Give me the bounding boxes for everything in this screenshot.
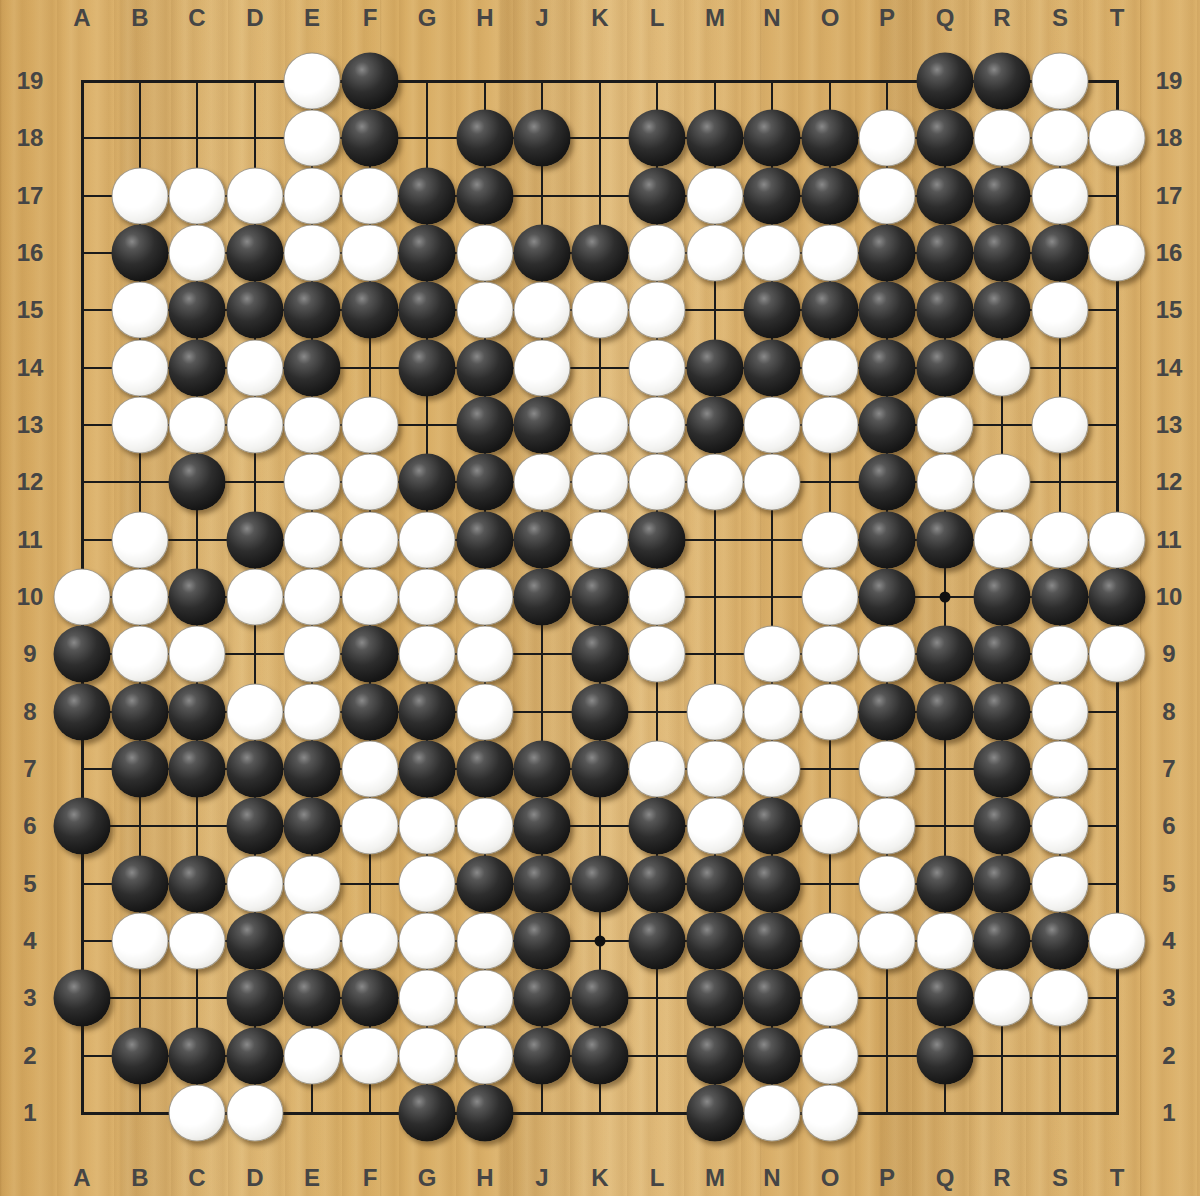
stone-white (1089, 225, 1146, 282)
stone-white (629, 225, 686, 282)
stone-black (974, 684, 1031, 741)
stone-white (284, 913, 341, 970)
stone-black (572, 1028, 629, 1085)
stone-white (112, 913, 169, 970)
stone-white (457, 970, 514, 1027)
coord-label-row-left: 2 (23, 1042, 36, 1070)
coord-label-row-left: 19 (17, 67, 44, 95)
stone-white (802, 512, 859, 569)
stone-white (802, 1085, 859, 1142)
stone-white (342, 741, 399, 798)
stone-white (859, 741, 916, 798)
stone-white (227, 856, 284, 913)
stone-white (687, 798, 744, 855)
coord-label-row-right: 1 (1162, 1099, 1175, 1127)
coord-label-column-bottom: M (705, 1164, 725, 1192)
stone-black (514, 569, 571, 626)
stone-white (342, 454, 399, 511)
stone-black (917, 53, 974, 110)
coord-label-column-top: Q (936, 4, 955, 32)
stone-white (1032, 512, 1089, 569)
stone-white (457, 1028, 514, 1085)
stone-white (169, 397, 226, 454)
coord-label-column-top: P (879, 4, 895, 32)
stone-white (802, 1028, 859, 1085)
stone-black (342, 626, 399, 683)
coord-label-row-right: 2 (1162, 1042, 1175, 1070)
stone-black (399, 282, 456, 339)
stone-black (629, 798, 686, 855)
stone-black (974, 856, 1031, 913)
stone-white (342, 397, 399, 454)
stone-white (974, 970, 1031, 1027)
stone-black (399, 168, 456, 225)
stone-white (514, 340, 571, 397)
stone-black (859, 569, 916, 626)
stone-white (399, 1028, 456, 1085)
coord-label-row-left: 7 (23, 755, 36, 783)
stone-white (284, 856, 341, 913)
stone-white (514, 282, 571, 339)
stone-black (917, 626, 974, 683)
stone-white (802, 225, 859, 282)
stone-black (687, 970, 744, 1027)
coord-label-row-right: 9 (1162, 640, 1175, 668)
coord-label-row-left: 4 (23, 927, 36, 955)
stone-black (744, 970, 801, 1027)
stone-white (802, 397, 859, 454)
stone-black (457, 110, 514, 167)
coord-label-row-left: 16 (17, 239, 44, 267)
stone-white (112, 626, 169, 683)
stone-white (399, 569, 456, 626)
stone-black (457, 168, 514, 225)
stone-black (457, 454, 514, 511)
coord-label-column-top: L (650, 4, 665, 32)
stone-black (859, 282, 916, 339)
stone-white (284, 168, 341, 225)
stone-white (457, 569, 514, 626)
coord-label-row-left: 18 (17, 124, 44, 152)
stone-white (112, 512, 169, 569)
stone-black (572, 626, 629, 683)
coord-label-row-right: 13 (1156, 411, 1183, 439)
stone-white (342, 225, 399, 282)
stone-black (342, 684, 399, 741)
stone-white (227, 340, 284, 397)
stone-black (514, 1028, 571, 1085)
stone-white (457, 282, 514, 339)
stone-white (629, 282, 686, 339)
stone-black (284, 340, 341, 397)
stone-white (342, 569, 399, 626)
coord-label-row-left: 3 (23, 984, 36, 1012)
coord-label-column-bottom: E (304, 1164, 320, 1192)
coord-label-column-bottom: B (131, 1164, 148, 1192)
coord-label-row-right: 6 (1162, 812, 1175, 840)
coord-label-column-bottom: L (650, 1164, 665, 1192)
stone-black (687, 397, 744, 454)
stone-black (687, 110, 744, 167)
stone-white (1032, 168, 1089, 225)
stone-black (514, 913, 571, 970)
coord-label-row-left: 8 (23, 698, 36, 726)
stone-white (687, 225, 744, 282)
stone-black (54, 626, 111, 683)
coord-label-row-left: 13 (17, 411, 44, 439)
stone-black (284, 798, 341, 855)
stone-black (284, 970, 341, 1027)
stone-black (917, 512, 974, 569)
coord-label-row-right: 19 (1156, 67, 1183, 95)
stone-white (112, 340, 169, 397)
go-board-app: AABBCCDDEEFFGGHHJJKKLLMMNNOOPPQQRRSSTT19… (0, 0, 1200, 1196)
stone-white (974, 340, 1031, 397)
star-point (595, 936, 606, 947)
stone-black (169, 340, 226, 397)
stone-black (169, 741, 226, 798)
stone-white (744, 225, 801, 282)
stone-white (802, 970, 859, 1027)
stone-black (572, 741, 629, 798)
stone-white (629, 569, 686, 626)
stone-white (1032, 684, 1089, 741)
stone-black (859, 340, 916, 397)
stone-white (572, 397, 629, 454)
star-point (940, 592, 951, 603)
stone-white (342, 512, 399, 569)
stone-white (1032, 970, 1089, 1027)
stone-white (629, 626, 686, 683)
stone-black (974, 282, 1031, 339)
stone-white (284, 626, 341, 683)
stone-white (1032, 110, 1089, 167)
stone-black (629, 110, 686, 167)
stone-white (629, 340, 686, 397)
stone-white (1032, 856, 1089, 913)
stone-black (1032, 225, 1089, 282)
stone-black (974, 913, 1031, 970)
coord-label-column-top: J (535, 4, 548, 32)
coord-label-column-bottom: T (1110, 1164, 1125, 1192)
stone-black (112, 225, 169, 282)
stone-white (399, 970, 456, 1027)
coord-label-column-top: F (363, 4, 378, 32)
stone-black (859, 397, 916, 454)
stone-black (859, 512, 916, 569)
stone-black (974, 225, 1031, 282)
stone-black (54, 798, 111, 855)
stone-white (399, 913, 456, 970)
coord-label-row-left: 6 (23, 812, 36, 840)
stone-white (169, 168, 226, 225)
stone-black (687, 340, 744, 397)
stone-white (457, 626, 514, 683)
stone-black (1089, 569, 1146, 626)
stone-black (227, 798, 284, 855)
stone-white (687, 168, 744, 225)
stone-black (399, 454, 456, 511)
stone-black (342, 970, 399, 1027)
coord-label-column-bottom: O (821, 1164, 840, 1192)
stone-black (859, 684, 916, 741)
stone-white (169, 225, 226, 282)
stone-white (399, 512, 456, 569)
coord-label-row-right: 8 (1162, 698, 1175, 726)
stone-white (227, 1085, 284, 1142)
coord-label-column-top: M (705, 4, 725, 32)
stone-black (399, 340, 456, 397)
stone-black (227, 512, 284, 569)
coord-label-column-bottom: N (763, 1164, 780, 1192)
stone-white (687, 454, 744, 511)
coord-label-column-top: C (188, 4, 205, 32)
coord-label-row-right: 5 (1162, 870, 1175, 898)
stone-white (457, 798, 514, 855)
coord-label-column-bottom: Q (936, 1164, 955, 1192)
coord-label-column-bottom: P (879, 1164, 895, 1192)
stone-black (112, 741, 169, 798)
stone-black (572, 569, 629, 626)
stone-white (1032, 53, 1089, 110)
coord-label-column-top: G (418, 4, 437, 32)
coord-label-row-left: 14 (17, 354, 44, 382)
coord-label-column-bottom: C (188, 1164, 205, 1192)
coord-label-row-left: 12 (17, 468, 44, 496)
stone-black (917, 110, 974, 167)
coord-label-column-bottom: K (591, 1164, 608, 1192)
coord-label-column-top: E (304, 4, 320, 32)
coord-label-row-left: 5 (23, 870, 36, 898)
stone-white (744, 741, 801, 798)
stone-black (1032, 569, 1089, 626)
coord-label-column-top: D (246, 4, 263, 32)
stone-black (1032, 913, 1089, 970)
stone-white (1089, 512, 1146, 569)
stone-white (1032, 741, 1089, 798)
coord-label-row-right: 15 (1156, 296, 1183, 324)
stone-black (112, 1028, 169, 1085)
coord-label-row-right: 17 (1156, 182, 1183, 210)
stone-black (917, 282, 974, 339)
stone-white (974, 454, 1031, 511)
stone-white (744, 1085, 801, 1142)
coord-label-row-left: 11 (17, 526, 42, 554)
stone-black (457, 741, 514, 798)
stone-black (629, 856, 686, 913)
coord-label-column-top: R (993, 4, 1010, 32)
stone-white (169, 626, 226, 683)
stone-black (112, 684, 169, 741)
stone-black (629, 913, 686, 970)
stone-black (802, 110, 859, 167)
stone-white (457, 684, 514, 741)
stone-white (399, 856, 456, 913)
stone-black (399, 225, 456, 282)
stone-white (1032, 626, 1089, 683)
stone-white (112, 569, 169, 626)
stone-black (859, 225, 916, 282)
coord-label-row-left: 10 (17, 583, 44, 611)
stone-white (169, 913, 226, 970)
stone-white (917, 454, 974, 511)
stone-white (1089, 110, 1146, 167)
stone-black (169, 569, 226, 626)
stone-white (1032, 397, 1089, 454)
stone-white (744, 397, 801, 454)
stone-black (342, 282, 399, 339)
coord-label-row-right: 3 (1162, 984, 1175, 1012)
stone-white (629, 454, 686, 511)
stone-black (629, 168, 686, 225)
stone-white (284, 684, 341, 741)
stone-black (802, 282, 859, 339)
stone-black (284, 282, 341, 339)
stone-black (572, 856, 629, 913)
coord-label-row-left: 9 (23, 640, 36, 668)
stone-black (227, 1028, 284, 1085)
stone-black (917, 340, 974, 397)
stone-black (514, 798, 571, 855)
stone-black (687, 1028, 744, 1085)
stone-white (227, 684, 284, 741)
coord-label-column-top: O (821, 4, 840, 32)
coord-label-row-right: 11 (1156, 526, 1181, 554)
stone-white (802, 340, 859, 397)
stone-white (802, 798, 859, 855)
stone-black (917, 970, 974, 1027)
stone-black (917, 856, 974, 913)
stone-white (399, 626, 456, 683)
stone-white (514, 454, 571, 511)
stone-white (917, 913, 974, 970)
stone-black (744, 168, 801, 225)
stone-black (514, 741, 571, 798)
stone-black (399, 684, 456, 741)
stone-white (342, 1028, 399, 1085)
coord-label-row-right: 7 (1162, 755, 1175, 783)
stone-white (457, 225, 514, 282)
coord-label-row-right: 10 (1156, 583, 1183, 611)
coord-label-column-top: K (591, 4, 608, 32)
stone-white (572, 512, 629, 569)
stone-white (112, 397, 169, 454)
stone-black (744, 856, 801, 913)
stone-black (687, 856, 744, 913)
stone-black (284, 741, 341, 798)
stone-white (629, 397, 686, 454)
stone-white (687, 741, 744, 798)
stone-black (457, 1085, 514, 1142)
stone-black (572, 684, 629, 741)
stone-black (457, 512, 514, 569)
coord-label-row-left: 17 (17, 182, 44, 210)
stone-black (169, 454, 226, 511)
stone-black (457, 856, 514, 913)
coord-label-column-bottom: D (246, 1164, 263, 1192)
coord-label-column-top: A (73, 4, 90, 32)
stone-black (514, 225, 571, 282)
stone-white (744, 454, 801, 511)
stone-white (112, 282, 169, 339)
coord-label-row-left: 1 (23, 1099, 36, 1127)
stone-white (859, 110, 916, 167)
stone-black (917, 168, 974, 225)
stone-white (284, 1028, 341, 1085)
stone-black (169, 856, 226, 913)
coord-label-column-bottom: G (418, 1164, 437, 1192)
coord-label-column-top: H (476, 4, 493, 32)
stone-white (457, 913, 514, 970)
stone-black (917, 225, 974, 282)
stone-black (169, 684, 226, 741)
stone-white (572, 454, 629, 511)
stone-black (629, 512, 686, 569)
stone-white (227, 397, 284, 454)
stone-white (859, 798, 916, 855)
stone-black (917, 684, 974, 741)
stone-black (974, 53, 1031, 110)
stone-white (284, 454, 341, 511)
stone-white (572, 282, 629, 339)
stone-white (399, 798, 456, 855)
stone-black (54, 684, 111, 741)
stone-white (284, 569, 341, 626)
stone-white (342, 798, 399, 855)
stone-black (744, 340, 801, 397)
stone-black (974, 798, 1031, 855)
stone-white (974, 512, 1031, 569)
stone-white (342, 168, 399, 225)
stone-white (54, 569, 111, 626)
coord-label-column-top: T (1110, 4, 1125, 32)
stone-black (744, 282, 801, 339)
stone-white (284, 397, 341, 454)
stone-black (744, 798, 801, 855)
stone-white (802, 626, 859, 683)
coord-label-row-right: 14 (1156, 354, 1183, 382)
stone-black (917, 1028, 974, 1085)
stone-white (342, 913, 399, 970)
stone-black (227, 913, 284, 970)
stone-black (54, 970, 111, 1027)
stone-white (859, 168, 916, 225)
stone-white (284, 512, 341, 569)
stone-black (974, 626, 1031, 683)
stone-black (227, 741, 284, 798)
stone-black (169, 282, 226, 339)
stone-white (859, 913, 916, 970)
coord-label-column-bottom: J (535, 1164, 548, 1192)
stone-white (1032, 282, 1089, 339)
stone-black (802, 168, 859, 225)
stone-black (169, 1028, 226, 1085)
stone-white (802, 913, 859, 970)
stone-white (284, 110, 341, 167)
stone-white (112, 168, 169, 225)
coord-label-row-right: 18 (1156, 124, 1183, 152)
stone-black (974, 168, 1031, 225)
coord-label-column-top: N (763, 4, 780, 32)
stone-black (457, 397, 514, 454)
stone-black (572, 970, 629, 1027)
coord-label-row-right: 12 (1156, 468, 1183, 496)
stone-black (514, 512, 571, 569)
stone-black (514, 397, 571, 454)
stone-black (572, 225, 629, 282)
stone-black (859, 454, 916, 511)
stone-white (802, 569, 859, 626)
